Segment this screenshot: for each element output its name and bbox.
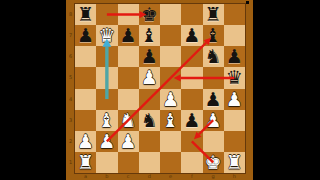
square-g2[interactable]	[203, 131, 224, 152]
square-d4[interactable]	[139, 89, 160, 110]
square-h3[interactable]	[224, 110, 245, 131]
piece-white-p-e4[interactable]: ♟	[162, 89, 179, 108]
square-f1[interactable]	[181, 152, 202, 173]
piece-black-k-d8[interactable]: ♚	[141, 5, 158, 24]
rank-label-7: 7	[66, 25, 75, 46]
piece-white-p-d5[interactable]: ♟	[141, 68, 158, 87]
rank-label-6: 6	[66, 46, 75, 67]
square-a8[interactable]: ♜	[75, 4, 96, 25]
square-a1[interactable]: ♜	[75, 152, 96, 173]
square-g3[interactable]: ♟	[203, 110, 224, 131]
square-h8[interactable]	[224, 4, 245, 25]
screenshot-root: ♜♚♜♟♛♟♝♟♝♟♞♟♟♛♟♟♟♝♞♞♝♟♟♟♟♟♜♚♜ 87654321ab…	[0, 0, 320, 180]
square-g5[interactable]	[203, 67, 224, 88]
rank-label-3: 3	[66, 110, 75, 131]
square-h2[interactable]	[224, 131, 245, 152]
piece-white-b-b3[interactable]: ♝	[98, 110, 115, 129]
file-label-c: c	[118, 173, 139, 180]
square-e7[interactable]	[160, 25, 181, 46]
square-c1[interactable]	[118, 152, 139, 173]
square-g6[interactable]: ♞	[203, 46, 224, 67]
square-g8[interactable]: ♜	[203, 4, 224, 25]
square-a4[interactable]	[75, 89, 96, 110]
piece-black-p-f7[interactable]: ♟	[183, 26, 200, 45]
square-g7[interactable]: ♝	[203, 25, 224, 46]
square-b3[interactable]: ♝	[96, 110, 117, 131]
piece-black-b-d7[interactable]: ♝	[141, 26, 158, 45]
square-d6[interactable]: ♟	[139, 46, 160, 67]
square-d7[interactable]: ♝	[139, 25, 160, 46]
square-h6[interactable]: ♟	[224, 46, 245, 67]
square-f2[interactable]	[181, 131, 202, 152]
piece-white-q-b7[interactable]: ♛	[98, 26, 115, 45]
piece-black-p-c7[interactable]: ♟	[120, 26, 137, 45]
square-b8[interactable]	[96, 4, 117, 25]
square-e5[interactable]	[160, 67, 181, 88]
square-h1[interactable]: ♜	[224, 152, 245, 173]
chess-board: ♜♚♜♟♛♟♝♟♝♟♞♟♟♛♟♟♟♝♞♞♝♟♟♟♟♟♜♚♜ 87654321ab…	[66, 0, 253, 180]
piece-white-p-b2[interactable]: ♟	[98, 131, 115, 150]
square-e4[interactable]: ♟	[160, 89, 181, 110]
square-g4[interactable]: ♟	[203, 89, 224, 110]
rank-label-1: 1	[66, 152, 75, 173]
file-label-f: f	[181, 173, 202, 180]
file-label-a: a	[75, 173, 96, 180]
square-f4[interactable]	[181, 89, 202, 110]
rank-label-2: 2	[66, 131, 75, 152]
piece-white-n-c3[interactable]: ♞	[120, 110, 137, 129]
piece-black-n-d3[interactable]: ♞	[141, 110, 158, 129]
square-b6[interactable]	[96, 46, 117, 67]
piece-white-p-c2[interactable]: ♟	[120, 131, 137, 150]
square-b5[interactable]	[96, 67, 117, 88]
square-a6[interactable]	[75, 46, 96, 67]
square-c5[interactable]	[118, 67, 139, 88]
square-h7[interactable]	[224, 25, 245, 46]
frame-dot	[246, 1, 249, 4]
square-d1[interactable]	[139, 152, 160, 173]
piece-black-n-g6[interactable]: ♞	[205, 47, 222, 66]
square-f3[interactable]: ♟	[181, 110, 202, 131]
piece-black-p-a7[interactable]: ♟	[77, 26, 94, 45]
piece-black-p-d6[interactable]: ♟	[141, 47, 158, 66]
piece-black-p-f3[interactable]: ♟	[183, 110, 200, 129]
piece-black-p-h6[interactable]: ♟	[226, 47, 243, 66]
piece-white-b-e3[interactable]: ♝	[162, 110, 179, 129]
piece-white-r-a1[interactable]: ♜	[77, 152, 94, 171]
square-c3[interactable]: ♞	[118, 110, 139, 131]
file-label-b: b	[96, 173, 117, 180]
square-f7[interactable]: ♟	[181, 25, 202, 46]
file-label-h: h	[224, 173, 245, 180]
square-f5[interactable]	[181, 67, 202, 88]
square-f8[interactable]	[181, 4, 202, 25]
square-d2[interactable]	[139, 131, 160, 152]
square-b2[interactable]: ♟	[96, 131, 117, 152]
square-c8[interactable]	[118, 4, 139, 25]
piece-black-p-g4[interactable]: ♟	[205, 89, 222, 108]
rank-label-8: 8	[66, 4, 75, 25]
square-d8[interactable]: ♚	[139, 4, 160, 25]
piece-white-k-g1[interactable]: ♚	[205, 152, 222, 171]
square-b4[interactable]	[96, 89, 117, 110]
square-a5[interactable]	[75, 67, 96, 88]
square-d5[interactable]: ♟	[139, 67, 160, 88]
square-b7[interactable]: ♛	[96, 25, 117, 46]
square-f6[interactable]	[181, 46, 202, 67]
square-c4[interactable]	[118, 89, 139, 110]
piece-white-p-h4[interactable]: ♟	[226, 89, 243, 108]
square-a2[interactable]: ♟	[75, 131, 96, 152]
piece-black-b-g7[interactable]: ♝	[205, 26, 222, 45]
square-h4[interactable]: ♟	[224, 89, 245, 110]
piece-white-r-h1[interactable]: ♜	[226, 152, 243, 171]
square-e6[interactable]	[160, 46, 181, 67]
square-e3[interactable]: ♝	[160, 110, 181, 131]
square-g1[interactable]: ♚	[203, 152, 224, 173]
file-label-e: e	[160, 173, 181, 180]
square-a3[interactable]	[75, 110, 96, 131]
square-d3[interactable]: ♞	[139, 110, 160, 131]
square-e1[interactable]	[160, 152, 181, 173]
square-e8[interactable]	[160, 4, 181, 25]
board-squares: ♜♚♜♟♛♟♝♟♝♟♞♟♟♛♟♟♟♝♞♞♝♟♟♟♟♟♜♚♜	[75, 4, 245, 173]
piece-black-r-a8[interactable]: ♜	[77, 5, 94, 24]
rank-label-4: 4	[66, 89, 75, 110]
piece-black-r-g8[interactable]: ♜	[205, 5, 222, 24]
piece-white-p-a2[interactable]: ♟	[77, 131, 94, 150]
piece-white-p-g3[interactable]: ♟	[205, 110, 222, 129]
square-h5[interactable]: ♛	[224, 67, 245, 88]
square-e2[interactable]	[160, 131, 181, 152]
square-b1[interactable]	[96, 152, 117, 173]
square-c2[interactable]: ♟	[118, 131, 139, 152]
piece-black-q-h5[interactable]: ♛	[226, 68, 243, 87]
square-c7[interactable]: ♟	[118, 25, 139, 46]
square-a7[interactable]: ♟	[75, 25, 96, 46]
file-label-g: g	[203, 173, 224, 180]
rank-label-5: 5	[66, 67, 75, 88]
square-c6[interactable]	[118, 46, 139, 67]
file-label-d: d	[139, 173, 160, 180]
